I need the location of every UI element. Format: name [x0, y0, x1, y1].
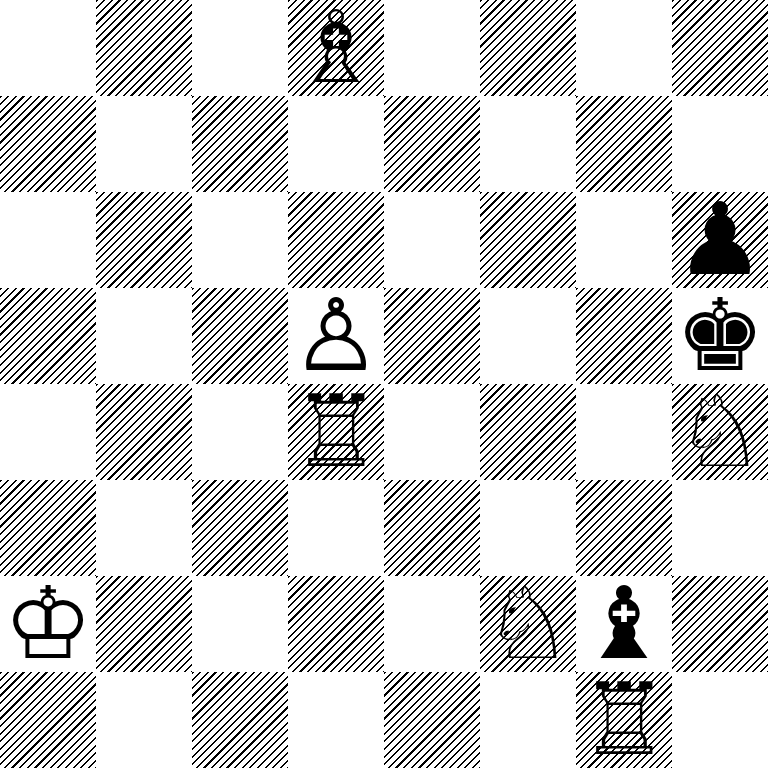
black-pawn-h6: ♟ — [675, 192, 765, 288]
square-h3[interactable] — [672, 480, 768, 576]
square-f6[interactable] — [480, 192, 576, 288]
square-d1[interactable] — [288, 672, 384, 768]
square-a4[interactable] — [0, 384, 96, 480]
square-h8[interactable] — [672, 0, 768, 96]
square-d8[interactable]: ♗ — [288, 0, 384, 96]
square-b3[interactable] — [96, 480, 192, 576]
square-d6[interactable] — [288, 192, 384, 288]
square-a6[interactable] — [0, 192, 96, 288]
square-f1[interactable] — [480, 672, 576, 768]
square-d4[interactable]: ♖ — [288, 384, 384, 480]
white-king-a2: ♔ — [3, 576, 93, 672]
square-a5[interactable] — [0, 288, 96, 384]
square-a1[interactable] — [0, 672, 96, 768]
square-e2[interactable] — [384, 576, 480, 672]
square-d2[interactable] — [288, 576, 384, 672]
square-f8[interactable] — [480, 0, 576, 96]
square-b2[interactable] — [96, 576, 192, 672]
square-g2[interactable]: ♝ — [576, 576, 672, 672]
square-c5[interactable] — [192, 288, 288, 384]
square-h7[interactable] — [672, 96, 768, 192]
square-f2[interactable]: ♘ — [480, 576, 576, 672]
square-d7[interactable] — [288, 96, 384, 192]
square-e6[interactable] — [384, 192, 480, 288]
white-knight-f2: ♘ — [483, 576, 573, 672]
white-bishop-d8: ♗ — [291, 0, 381, 96]
square-b1[interactable] — [96, 672, 192, 768]
square-a8[interactable] — [0, 0, 96, 96]
square-a2[interactable]: ♔ — [0, 576, 96, 672]
square-h5[interactable]: ♚ — [672, 288, 768, 384]
square-f4[interactable] — [480, 384, 576, 480]
white-pawn-d5: ♙ — [291, 288, 381, 384]
square-f3[interactable] — [480, 480, 576, 576]
square-c3[interactable] — [192, 480, 288, 576]
square-d5[interactable]: ♙ — [288, 288, 384, 384]
square-b8[interactable] — [96, 0, 192, 96]
square-a7[interactable] — [0, 96, 96, 192]
square-h1[interactable] — [672, 672, 768, 768]
square-c1[interactable] — [192, 672, 288, 768]
white-rook-d4: ♖ — [291, 384, 381, 480]
square-b5[interactable] — [96, 288, 192, 384]
black-bishop-g2: ♝ — [579, 576, 669, 672]
square-f7[interactable] — [480, 96, 576, 192]
square-g6[interactable] — [576, 192, 672, 288]
square-e3[interactable] — [384, 480, 480, 576]
square-g4[interactable] — [576, 384, 672, 480]
square-g3[interactable] — [576, 480, 672, 576]
square-g7[interactable] — [576, 96, 672, 192]
square-b6[interactable] — [96, 192, 192, 288]
square-b7[interactable] — [96, 96, 192, 192]
white-knight-h4: ♘ — [675, 384, 765, 480]
square-c6[interactable] — [192, 192, 288, 288]
square-c7[interactable] — [192, 96, 288, 192]
square-e7[interactable] — [384, 96, 480, 192]
square-h4[interactable]: ♘ — [672, 384, 768, 480]
square-g8[interactable] — [576, 0, 672, 96]
square-h6[interactable]: ♟ — [672, 192, 768, 288]
black-king-h5: ♚ — [675, 288, 765, 384]
white-rook-g1: ♖ — [579, 672, 669, 768]
square-a3[interactable] — [0, 480, 96, 576]
chess-board: ♗♟♙♚♖♘♔♘♝♖ — [0, 0, 768, 768]
square-h2[interactable] — [672, 576, 768, 672]
square-e4[interactable] — [384, 384, 480, 480]
square-e1[interactable] — [384, 672, 480, 768]
square-e8[interactable] — [384, 0, 480, 96]
square-d3[interactable] — [288, 480, 384, 576]
square-c4[interactable] — [192, 384, 288, 480]
square-f5[interactable] — [480, 288, 576, 384]
square-c8[interactable] — [192, 0, 288, 96]
square-g5[interactable] — [576, 288, 672, 384]
square-c2[interactable] — [192, 576, 288, 672]
square-e5[interactable] — [384, 288, 480, 384]
square-g1[interactable]: ♖ — [576, 672, 672, 768]
square-b4[interactable] — [96, 384, 192, 480]
